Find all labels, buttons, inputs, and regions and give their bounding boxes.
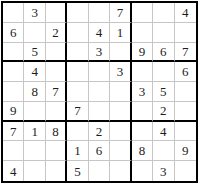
- cell-r1c8[interactable]: [153, 3, 174, 23]
- cell-r3c5: 3: [89, 43, 110, 63]
- cell-r9c7[interactable]: [132, 161, 153, 181]
- cell-r3c1[interactable]: [3, 43, 24, 63]
- cell-r9c4: 5: [67, 161, 88, 181]
- cell-r4c3[interactable]: [46, 62, 67, 82]
- cell-r9c6[interactable]: [110, 161, 131, 181]
- cell-r1c7[interactable]: [132, 3, 153, 23]
- cell-r8c7: 8: [132, 141, 153, 161]
- cell-r1c4[interactable]: [67, 3, 88, 23]
- cell-r6c6[interactable]: [110, 102, 131, 122]
- cell-r4c2: 4: [24, 62, 45, 82]
- cell-r8c1[interactable]: [3, 141, 24, 161]
- cell-r6c9[interactable]: [175, 102, 196, 122]
- cell-r7c5: 2: [89, 122, 110, 142]
- cell-r7c6[interactable]: [110, 122, 131, 142]
- cell-r9c3[interactable]: [46, 161, 67, 181]
- cell-r2c4[interactable]: [67, 23, 88, 43]
- cell-r2c8[interactable]: [153, 23, 174, 43]
- cell-r5c5[interactable]: [89, 82, 110, 102]
- cell-r6c7[interactable]: [132, 102, 153, 122]
- cell-r3c8: 6: [153, 43, 174, 63]
- cell-r6c2[interactable]: [24, 102, 45, 122]
- cell-r6c3[interactable]: [46, 102, 67, 122]
- cell-r3c9: 7: [175, 43, 196, 63]
- cell-r7c4[interactable]: [67, 122, 88, 142]
- cell-r8c9: 9: [175, 141, 196, 161]
- cell-r2c5: 4: [89, 23, 110, 43]
- cell-r2c9[interactable]: [175, 23, 196, 43]
- cell-r9c2[interactable]: [24, 161, 45, 181]
- cell-r7c8: 4: [153, 122, 174, 142]
- cell-r8c6[interactable]: [110, 141, 131, 161]
- cell-r1c6: 7: [110, 3, 131, 23]
- cell-r5c3: 7: [46, 82, 67, 102]
- cell-r6c8: 2: [153, 102, 174, 122]
- sudoku-board: 3746241539674368735972718241689453: [1, 1, 198, 183]
- cell-r1c5[interactable]: [89, 3, 110, 23]
- cell-r3c6[interactable]: [110, 43, 131, 63]
- cell-r4c9: 6: [175, 62, 196, 82]
- cell-r8c4: 1: [67, 141, 88, 161]
- cell-r9c8: 3: [153, 161, 174, 181]
- cell-r4c8[interactable]: [153, 62, 174, 82]
- cell-r1c9: 4: [175, 3, 196, 23]
- cell-r1c3[interactable]: [46, 3, 67, 23]
- cell-r6c4: 7: [67, 102, 88, 122]
- cell-r9c5[interactable]: [89, 161, 110, 181]
- cell-r4c1[interactable]: [3, 62, 24, 82]
- cell-r7c3: 8: [46, 122, 67, 142]
- cell-r4c6: 3: [110, 62, 131, 82]
- cell-r2c3: 2: [46, 23, 67, 43]
- cell-r2c2[interactable]: [24, 23, 45, 43]
- cell-r8c2[interactable]: [24, 141, 45, 161]
- cell-r2c7[interactable]: [132, 23, 153, 43]
- cell-r5c4[interactable]: [67, 82, 88, 102]
- cell-r1c1[interactable]: [3, 3, 24, 23]
- cell-r1c2: 3: [24, 3, 45, 23]
- cell-r6c1: 9: [3, 102, 24, 122]
- cell-r5c2: 8: [24, 82, 45, 102]
- cell-r8c8[interactable]: [153, 141, 174, 161]
- cell-r5c9[interactable]: [175, 82, 196, 102]
- cell-r9c1: 4: [3, 161, 24, 181]
- cell-r4c4[interactable]: [67, 62, 88, 82]
- cell-r6c5[interactable]: [89, 102, 110, 122]
- cell-r5c8: 5: [153, 82, 174, 102]
- cell-r5c6[interactable]: [110, 82, 131, 102]
- cell-r5c7: 3: [132, 82, 153, 102]
- cell-r7c7[interactable]: [132, 122, 153, 142]
- cell-r7c1: 7: [3, 122, 24, 142]
- cell-r8c3[interactable]: [46, 141, 67, 161]
- cell-r2c1: 6: [3, 23, 24, 43]
- cell-r4c7[interactable]: [132, 62, 153, 82]
- cell-r7c9[interactable]: [175, 122, 196, 142]
- cell-r4c5[interactable]: [89, 62, 110, 82]
- cell-r3c3[interactable]: [46, 43, 67, 63]
- cell-r8c5: 6: [89, 141, 110, 161]
- cell-r5c1[interactable]: [3, 82, 24, 102]
- cell-r3c4[interactable]: [67, 43, 88, 63]
- cell-r3c7: 9: [132, 43, 153, 63]
- cell-r2c6: 1: [110, 23, 131, 43]
- cell-r9c9[interactable]: [175, 161, 196, 181]
- cell-r3c2: 5: [24, 43, 45, 63]
- cell-r7c2: 1: [24, 122, 45, 142]
